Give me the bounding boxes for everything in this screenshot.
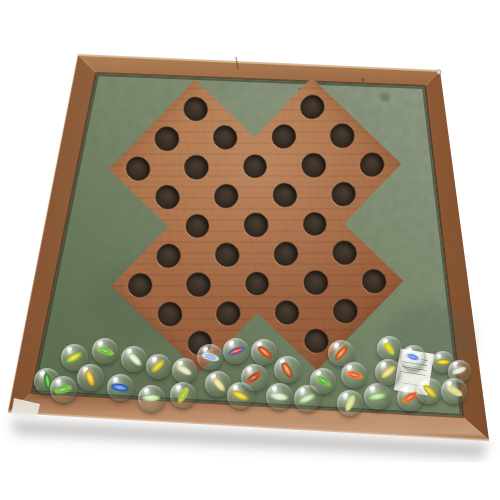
- board-hole-empty[interactable]: [180, 151, 213, 184]
- marble-dark-red-16[interactable]: [241, 364, 268, 391]
- marble-orange-amber-17[interactable]: [274, 356, 301, 383]
- board-hole-empty[interactable]: [152, 239, 185, 272]
- marble-yellow-3[interactable]: [77, 364, 104, 391]
- board-hole-empty[interactable]: [270, 296, 303, 329]
- marble-blue-6[interactable]: [107, 374, 134, 401]
- felt-speck: [361, 78, 365, 82]
- board-hole-empty[interactable]: [153, 298, 186, 331]
- marble-swirl: [448, 362, 471, 379]
- marble-green-yellow-10[interactable]: [170, 382, 196, 408]
- board-hole-empty[interactable]: [151, 181, 184, 214]
- marble-swirl: [107, 379, 133, 396]
- marble-swirl: [375, 360, 401, 384]
- marble-swirl: [80, 364, 100, 391]
- felt-speck: [382, 94, 389, 101]
- board-hole-empty[interactable]: [355, 148, 388, 181]
- marble-swirl: [92, 341, 118, 361]
- marble-yellow-8[interactable]: [146, 354, 171, 379]
- marble-swirl: [121, 346, 146, 371]
- board-hole-empty[interactable]: [121, 152, 154, 185]
- board-hole-empty[interactable]: [211, 238, 244, 271]
- board-hole-empty[interactable]: [329, 295, 362, 328]
- marble-swirl: [146, 354, 170, 378]
- board-hole-empty[interactable]: [327, 177, 360, 210]
- board-hole-empty[interactable]: [179, 92, 212, 125]
- marble-swirl: [50, 380, 76, 399]
- board-hole-empty[interactable]: [238, 150, 271, 183]
- marble-yellow-25[interactable]: [377, 336, 402, 361]
- board-hole-empty[interactable]: [326, 119, 359, 152]
- marble-swirl: [441, 380, 467, 402]
- board-hole-empty[interactable]: [123, 269, 156, 302]
- marble-blue-white-27[interactable]: [401, 345, 426, 370]
- marble-swirl: [139, 392, 163, 405]
- marble-swirl: [340, 390, 361, 416]
- board-hole-empty[interactable]: [297, 149, 330, 182]
- marble-orange-15[interactable]: [251, 339, 277, 365]
- marble-white-blue-11[interactable]: [197, 344, 223, 370]
- marble-orange-red-22[interactable]: [341, 362, 367, 388]
- board-hole-empty[interactable]: [269, 237, 302, 270]
- board-hole-empty[interactable]: [182, 268, 215, 301]
- marble-swirl: [197, 348, 222, 366]
- board-hole-empty[interactable]: [240, 267, 273, 300]
- marble-swirl: [341, 366, 366, 384]
- board-hole-empty[interactable]: [357, 265, 390, 298]
- marble-pale-2[interactable]: [121, 346, 147, 372]
- marble-swirl: [266, 388, 292, 405]
- marble-green-1[interactable]: [92, 338, 118, 364]
- marble-yellow-29[interactable]: [416, 378, 442, 404]
- marble-swirl: [364, 388, 390, 405]
- marble-swirl: [251, 340, 277, 364]
- marble-green-20[interactable]: [310, 368, 336, 394]
- board-hole-empty[interactable]: [267, 120, 300, 153]
- marble-swirl: [401, 348, 426, 367]
- corner-pin: [437, 70, 441, 74]
- board-hole-empty[interactable]: [298, 207, 331, 240]
- marble-pale-yellow-26[interactable]: [375, 359, 401, 385]
- marble-pale-18[interactable]: [266, 383, 293, 410]
- marble-pale-green-7[interactable]: [138, 385, 165, 412]
- photo-background: [0, 0, 500, 500]
- board-hole-empty[interactable]: [212, 297, 245, 330]
- marble-clear-yellow-32[interactable]: [441, 378, 467, 404]
- board-hole-empty[interactable]: [328, 236, 361, 269]
- marble-swirl: [171, 359, 196, 380]
- marble-red-blue-13[interactable]: [223, 338, 249, 364]
- marble-swirl: [241, 365, 268, 389]
- marble-swirl: [172, 382, 194, 408]
- board-hole-empty[interactable]: [181, 209, 214, 242]
- marble-swirl: [310, 369, 336, 392]
- board-hole-empty[interactable]: [268, 178, 301, 211]
- marble-swirl: [275, 355, 298, 382]
- board-hole-empty[interactable]: [208, 121, 241, 154]
- board-hole-empty[interactable]: [239, 208, 272, 241]
- marble-green-5[interactable]: [50, 376, 77, 403]
- board-hole-empty[interactable]: [210, 180, 243, 213]
- board-hole-empty[interactable]: [296, 90, 329, 123]
- marble-swirl: [416, 378, 441, 403]
- marble-swirl: [378, 336, 400, 361]
- marble-clear-yellow-9[interactable]: [172, 358, 197, 383]
- marble-pale-yellow-23[interactable]: [337, 390, 363, 416]
- marble-swirl: [223, 341, 249, 361]
- board-hole-empty[interactable]: [150, 122, 183, 155]
- marble-pale-green-24[interactable]: [364, 383, 391, 410]
- board-hole-empty[interactable]: [299, 266, 332, 299]
